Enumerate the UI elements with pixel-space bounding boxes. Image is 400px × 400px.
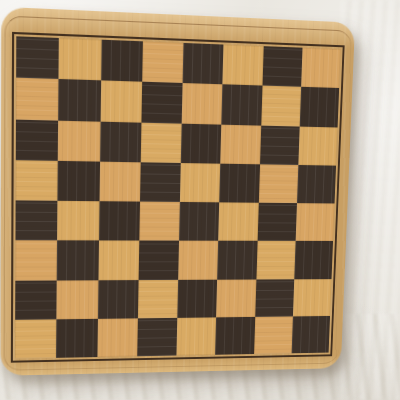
square-b5 [58,161,100,202]
square-h3 [294,241,333,279]
board-border-line [11,32,345,363]
square-a1 [15,319,57,359]
square-b8 [59,38,101,81]
square-f2 [216,279,256,317]
square-c6 [100,121,142,162]
square-g7 [261,86,301,126]
square-d7 [141,82,182,123]
square-c8 [101,40,143,82]
square-b7 [58,79,100,121]
square-e5 [180,163,221,203]
table-cloth-background [0,0,400,400]
square-b6 [58,120,100,161]
square-e6 [181,123,222,163]
square-g3 [256,241,295,279]
square-e8 [183,43,224,85]
square-d2 [138,279,178,318]
square-f5 [219,163,259,202]
square-f3 [217,241,257,279]
square-f1 [215,317,254,355]
square-h4 [295,203,334,241]
square-d8 [142,41,184,83]
square-h6 [298,126,337,165]
square-a4 [15,200,57,240]
square-c1 [97,318,138,357]
square-c4 [98,201,139,241]
square-c3 [98,241,139,280]
square-b3 [57,241,99,280]
square-c7 [100,81,142,123]
square-b1 [56,319,97,358]
square-h1 [291,316,330,354]
square-f4 [218,202,258,241]
square-d1 [137,318,177,357]
square-f6 [220,124,260,164]
square-g6 [260,125,300,165]
square-e4 [179,202,219,241]
chess-board [0,7,355,376]
square-a8 [16,36,59,79]
square-c2 [97,280,138,319]
square-d6 [140,122,181,163]
square-a7 [16,78,59,120]
square-g4 [257,203,297,241]
square-c5 [99,161,140,201]
square-h2 [293,279,332,317]
square-a5 [16,160,58,201]
square-b2 [57,280,98,319]
square-a3 [15,240,57,280]
square-d3 [138,241,179,280]
square-a6 [16,119,59,161]
square-h7 [299,87,339,127]
board-grid [15,36,341,358]
square-e1 [176,317,216,355]
square-g8 [262,46,302,87]
square-h5 [297,165,336,204]
square-g1 [254,316,293,354]
square-d5 [140,162,181,202]
square-e2 [177,279,217,317]
square-d4 [139,202,180,241]
square-f8 [223,45,264,86]
square-h8 [301,48,341,89]
square-b4 [57,201,99,241]
square-f7 [222,85,262,126]
square-e3 [178,241,218,280]
square-e7 [182,83,223,124]
square-g5 [258,164,298,203]
square-g2 [255,279,294,317]
square-a2 [15,280,57,320]
